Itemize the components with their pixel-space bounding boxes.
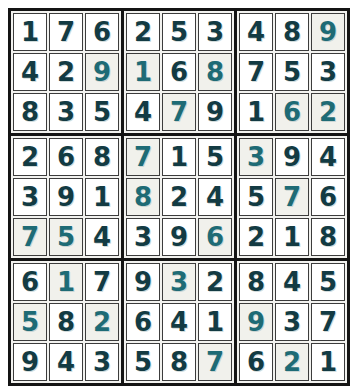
cell-r5c8[interactable]: 7 [275,178,309,216]
cell-r9c1[interactable]: 9 [13,343,47,381]
cell-r3c8[interactable]: 6 [275,93,309,131]
cell-r1c1[interactable]: 1 [13,13,47,51]
cell-r8c2[interactable]: 8 [49,303,83,341]
cell-r6c3[interactable]: 4 [85,218,119,256]
cell-r5c2[interactable]: 9 [49,178,83,216]
box-7: 617582943 [11,261,121,383]
cell-r2c7[interactable]: 7 [239,53,273,91]
cell-r2c6[interactable]: 8 [198,53,232,91]
cell-r1c3[interactable]: 6 [85,13,119,51]
cell-r5c5[interactable]: 2 [162,178,196,216]
cell-r9c3[interactable]: 3 [85,343,119,381]
cell-r1c9[interactable]: 9 [311,13,345,51]
cell-r9c9[interactable]: 1 [311,343,345,381]
cell-r6c9[interactable]: 8 [311,218,345,256]
box-1: 176429835 [11,11,121,133]
cell-r1c5[interactable]: 5 [162,13,196,51]
cell-r3c6[interactable]: 9 [198,93,232,131]
cell-r8c9[interactable]: 7 [311,303,345,341]
cell-r8c6[interactable]: 1 [198,303,232,341]
cell-r9c7[interactable]: 6 [239,343,273,381]
cell-r9c5[interactable]: 8 [162,343,196,381]
box-4: 268391754 [11,136,121,258]
cell-r7c3[interactable]: 7 [85,263,119,301]
box-8: 932641587 [124,261,234,383]
cell-r4c1[interactable]: 2 [13,138,47,176]
cell-r7c1[interactable]: 6 [13,263,47,301]
cell-r6c1[interactable]: 7 [13,218,47,256]
cell-r1c6[interactable]: 3 [198,13,232,51]
cell-r5c7[interactable]: 5 [239,178,273,216]
cell-r5c1[interactable]: 3 [13,178,47,216]
cell-r9c2[interactable]: 4 [49,343,83,381]
cell-r8c4[interactable]: 6 [126,303,160,341]
cell-r4c6[interactable]: 5 [198,138,232,176]
cell-r2c9[interactable]: 3 [311,53,345,91]
cell-r3c5[interactable]: 7 [162,93,196,131]
cell-r3c4[interactable]: 4 [126,93,160,131]
cell-r9c6[interactable]: 7 [198,343,232,381]
cell-r4c3[interactable]: 8 [85,138,119,176]
cell-r6c8[interactable]: 1 [275,218,309,256]
cell-r2c5[interactable]: 6 [162,53,196,91]
box-3: 489753162 [237,11,347,133]
cell-r9c8[interactable]: 2 [275,343,309,381]
cell-r7c2[interactable]: 1 [49,263,83,301]
cell-r7c4[interactable]: 9 [126,263,160,301]
cell-r3c1[interactable]: 8 [13,93,47,131]
cell-r8c8[interactable]: 3 [275,303,309,341]
cell-r1c7[interactable]: 4 [239,13,273,51]
cell-r8c1[interactable]: 5 [13,303,47,341]
cell-r3c2[interactable]: 3 [49,93,83,131]
cell-r6c4[interactable]: 3 [126,218,160,256]
cell-r6c2[interactable]: 5 [49,218,83,256]
cell-r1c8[interactable]: 8 [275,13,309,51]
cell-r7c9[interactable]: 5 [311,263,345,301]
cell-r7c6[interactable]: 2 [198,263,232,301]
cell-r5c6[interactable]: 4 [198,178,232,216]
sudoku-board: 1764298352531684794897531622683917547158… [8,8,350,386]
cell-r8c7[interactable]: 9 [239,303,273,341]
cell-r5c4[interactable]: 8 [126,178,160,216]
cell-r2c8[interactable]: 5 [275,53,309,91]
cell-r8c3[interactable]: 2 [85,303,119,341]
cell-r3c9[interactable]: 2 [311,93,345,131]
cell-r7c7[interactable]: 8 [239,263,273,301]
cell-r2c1[interactable]: 4 [13,53,47,91]
box-9: 845937621 [237,261,347,383]
cell-r4c5[interactable]: 1 [162,138,196,176]
cell-r2c4[interactable]: 1 [126,53,160,91]
cell-r3c7[interactable]: 1 [239,93,273,131]
cell-r7c8[interactable]: 4 [275,263,309,301]
page: 1764298352531684794897531622683917547158… [0,0,350,386]
cell-r4c4[interactable]: 7 [126,138,160,176]
cell-r3c3[interactable]: 5 [85,93,119,131]
cell-r2c3[interactable]: 9 [85,53,119,91]
box-6: 394576218 [237,136,347,258]
cell-r4c8[interactable]: 9 [275,138,309,176]
cell-r5c9[interactable]: 6 [311,178,345,216]
cell-r4c7[interactable]: 3 [239,138,273,176]
cell-r9c4[interactable]: 5 [126,343,160,381]
cell-r2c2[interactable]: 2 [49,53,83,91]
cell-r6c7[interactable]: 2 [239,218,273,256]
box-2: 253168479 [124,11,234,133]
cell-r4c2[interactable]: 6 [49,138,83,176]
cell-r6c5[interactable]: 9 [162,218,196,256]
cell-r7c5[interactable]: 3 [162,263,196,301]
cell-r8c5[interactable]: 4 [162,303,196,341]
cell-r5c3[interactable]: 1 [85,178,119,216]
cell-r1c2[interactable]: 7 [49,13,83,51]
cell-r6c6[interactable]: 6 [198,218,232,256]
box-5: 715824396 [124,136,234,258]
cell-r1c4[interactable]: 2 [126,13,160,51]
cell-r4c9[interactable]: 4 [311,138,345,176]
